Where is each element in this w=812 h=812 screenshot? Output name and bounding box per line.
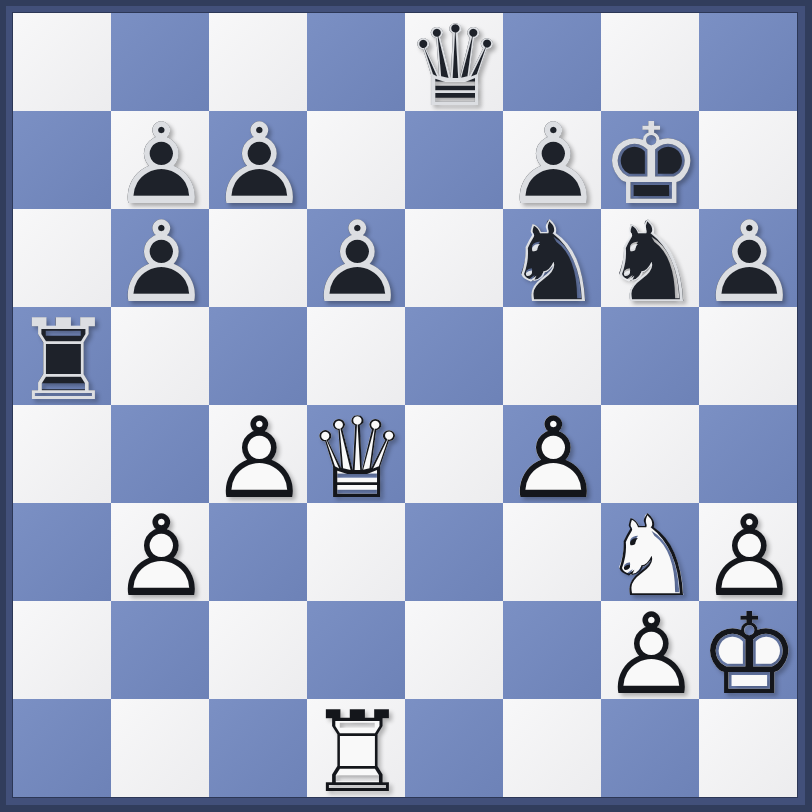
black-pawn[interactable]: ♟♙ [111,111,209,209]
black-king-fill-glyph: ♚ [601,116,699,214]
square-a1[interactable] [13,699,111,797]
white-pawn-fill-glyph: ♟ [601,606,699,704]
black-pawn-fill-glyph: ♟ [209,116,307,214]
white-rook-fill-glyph: ♜ [307,704,405,802]
black-king[interactable]: ♚♔ [601,111,699,209]
black-pawn[interactable]: ♟♙ [503,111,601,209]
square-c8[interactable] [209,13,307,111]
square-h3[interactable]: ♟♙ [699,503,797,601]
black-pawn-outline-glyph: ♙ [111,116,209,214]
white-king[interactable]: ♚♔ [699,601,797,699]
white-pawn-outline-glyph: ♙ [111,508,209,606]
black-knight-fill-glyph: ♞ [503,214,601,312]
white-pawn[interactable]: ♟♙ [111,503,209,601]
square-b6[interactable]: ♟♙ [111,209,209,307]
square-d1[interactable]: ♜♖ [307,699,405,797]
square-f8[interactable] [503,13,601,111]
square-a7[interactable] [13,111,111,209]
square-e6[interactable] [405,209,503,307]
square-f7[interactable]: ♟♙ [503,111,601,209]
black-pawn[interactable]: ♟♙ [111,209,209,307]
square-d6[interactable]: ♟♙ [307,209,405,307]
white-knight-outline-glyph: ♘ [601,508,699,606]
black-queen-outline-glyph: ♕ [405,18,503,116]
white-queen-outline-glyph: ♕ [307,410,405,508]
square-c2[interactable] [209,601,307,699]
square-e1[interactable] [405,699,503,797]
white-queen-fill-glyph: ♛ [307,410,405,508]
square-c5[interactable] [209,307,307,405]
square-f1[interactable] [503,699,601,797]
black-knight-fill-glyph: ♞ [601,214,699,312]
black-pawn[interactable]: ♟♙ [307,209,405,307]
black-knight[interactable]: ♞♘ [601,209,699,307]
white-pawn-outline-glyph: ♙ [503,410,601,508]
square-d2[interactable] [307,601,405,699]
square-g1[interactable] [601,699,699,797]
square-f6[interactable]: ♞♘ [503,209,601,307]
square-f4[interactable]: ♟♙ [503,405,601,503]
white-knight-fill-glyph: ♞ [601,508,699,606]
white-pawn-fill-glyph: ♟ [503,410,601,508]
black-pawn-fill-glyph: ♟ [503,116,601,214]
square-b1[interactable] [111,699,209,797]
square-c1[interactable] [209,699,307,797]
white-pawn[interactable]: ♟♙ [601,601,699,699]
square-h5[interactable] [699,307,797,405]
white-rook-outline-glyph: ♖ [307,704,405,802]
square-f5[interactable] [503,307,601,405]
square-a3[interactable] [13,503,111,601]
square-b7[interactable]: ♟♙ [111,111,209,209]
black-pawn-fill-glyph: ♟ [111,116,209,214]
white-pawn-fill-glyph: ♟ [209,410,307,508]
black-pawn-fill-glyph: ♟ [307,214,405,312]
black-pawn-outline-glyph: ♙ [503,116,601,214]
black-pawn-outline-glyph: ♙ [111,214,209,312]
square-g2[interactable]: ♟♙ [601,601,699,699]
black-pawn[interactable]: ♟♙ [209,111,307,209]
square-g4[interactable] [601,405,699,503]
white-pawn-outline-glyph: ♙ [601,606,699,704]
white-pawn-outline-glyph: ♙ [699,508,797,606]
square-e2[interactable] [405,601,503,699]
square-a2[interactable] [13,601,111,699]
white-pawn[interactable]: ♟♙ [503,405,601,503]
white-king-outline-glyph: ♔ [699,606,797,704]
square-g6[interactable]: ♞♘ [601,209,699,307]
black-knight-outline-glyph: ♘ [601,214,699,312]
square-b5[interactable] [111,307,209,405]
square-d4[interactable]: ♛♕ [307,405,405,503]
square-c4[interactable]: ♟♙ [209,405,307,503]
black-queen-fill-glyph: ♛ [405,18,503,116]
square-a8[interactable] [13,13,111,111]
black-pawn-fill-glyph: ♟ [699,214,797,312]
square-h1[interactable] [699,699,797,797]
square-d5[interactable] [307,307,405,405]
square-e8[interactable]: ♛♕ [405,13,503,111]
chess-board: ♛♕♟♙♟♙♟♙♚♔♟♙♟♙♞♘♞♘♟♙♜♖♟♙♛♕♟♙♟♙♞♘♟♙♟♙♚♔♜♖ [13,13,797,797]
white-pawn-outline-glyph: ♙ [209,410,307,508]
square-g5[interactable] [601,307,699,405]
square-h8[interactable] [699,13,797,111]
white-pawn-fill-glyph: ♟ [699,508,797,606]
white-pawn[interactable]: ♟♙ [699,503,797,601]
board-frame: ♛♕♟♙♟♙♟♙♚♔♟♙♟♙♞♘♞♘♟♙♜♖♟♙♛♕♟♙♟♙♞♘♟♙♟♙♚♔♜♖ [0,0,812,812]
square-a5[interactable]: ♜♖ [13,307,111,405]
square-g7[interactable]: ♚♔ [601,111,699,209]
square-c6[interactable] [209,209,307,307]
square-f2[interactable] [503,601,601,699]
square-c7[interactable]: ♟♙ [209,111,307,209]
square-a4[interactable] [13,405,111,503]
square-g8[interactable] [601,13,699,111]
square-e3[interactable] [405,503,503,601]
white-pawn[interactable]: ♟♙ [209,405,307,503]
black-pawn-outline-glyph: ♙ [307,214,405,312]
white-rook[interactable]: ♜♖ [307,699,405,797]
square-b8[interactable] [111,13,209,111]
square-e4[interactable] [405,405,503,503]
square-h6[interactable]: ♟♙ [699,209,797,307]
black-queen[interactable]: ♛♕ [405,13,503,111]
black-rook-fill-glyph: ♜ [13,312,111,410]
white-queen[interactable]: ♛♕ [307,405,405,503]
white-knight[interactable]: ♞♘ [601,503,699,601]
black-king-outline-glyph: ♔ [601,116,699,214]
square-e7[interactable] [405,111,503,209]
black-knight-outline-glyph: ♘ [503,214,601,312]
square-h7[interactable] [699,111,797,209]
black-pawn-outline-glyph: ♙ [209,116,307,214]
square-d7[interactable] [307,111,405,209]
square-h4[interactable] [699,405,797,503]
black-rook-outline-glyph: ♖ [13,312,111,410]
white-pawn-fill-glyph: ♟ [111,508,209,606]
black-knight[interactable]: ♞♘ [503,209,601,307]
square-a6[interactable] [13,209,111,307]
square-c3[interactable] [209,503,307,601]
square-b4[interactable] [111,405,209,503]
square-d8[interactable] [307,13,405,111]
black-pawn-outline-glyph: ♙ [699,214,797,312]
square-e5[interactable] [405,307,503,405]
square-b2[interactable] [111,601,209,699]
square-h2[interactable]: ♚♔ [699,601,797,699]
black-pawn[interactable]: ♟♙ [699,209,797,307]
square-d3[interactable] [307,503,405,601]
black-pawn-fill-glyph: ♟ [111,214,209,312]
square-f3[interactable] [503,503,601,601]
square-b3[interactable]: ♟♙ [111,503,209,601]
black-rook[interactable]: ♜♖ [13,307,111,405]
square-g3[interactable]: ♞♘ [601,503,699,601]
white-king-fill-glyph: ♚ [699,606,797,704]
